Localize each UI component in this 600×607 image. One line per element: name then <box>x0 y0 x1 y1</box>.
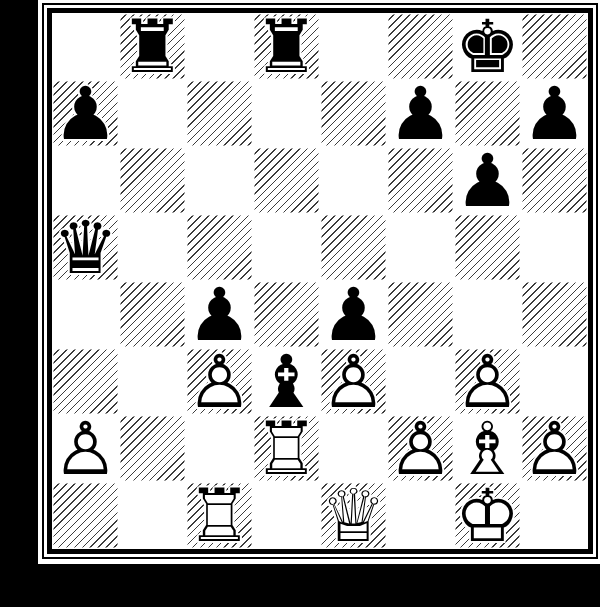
piece-glyph: ♚ <box>455 13 520 80</box>
square-h3[interactable] <box>521 348 588 415</box>
square-g7[interactable] <box>454 80 521 147</box>
page: ♜♜♜♜♚♚♟♟♟♟♟♟♟♟♛♛♟♟♟♟♟♙♝♝♟♙♟♙♟♙♜♖♟♙♝♗♟♙♜♖… <box>0 0 600 607</box>
piece-glyph: ♟ <box>388 80 453 147</box>
square-e4[interactable]: ♟♟ <box>320 281 387 348</box>
black-queen-a5[interactable]: ♛♛ <box>52 214 119 281</box>
bottom-margin-bar <box>0 564 600 607</box>
square-b6[interactable] <box>119 147 186 214</box>
piece-glyph: ♟ <box>455 147 520 214</box>
square-g1[interactable]: ♚♔ <box>454 482 521 549</box>
square-c5[interactable] <box>186 214 253 281</box>
square-h6[interactable] <box>521 147 588 214</box>
piece-glyph: ♖ <box>254 415 319 482</box>
black-pawn-a7[interactable]: ♟♟ <box>52 80 119 147</box>
square-c6[interactable] <box>186 147 253 214</box>
square-f4[interactable] <box>387 281 454 348</box>
black-rook-d8[interactable]: ♜♜ <box>253 13 320 80</box>
square-a3[interactable] <box>52 348 119 415</box>
left-margin-bar <box>0 0 38 607</box>
square-d6[interactable] <box>253 147 320 214</box>
square-c8[interactable] <box>186 13 253 80</box>
square-h4[interactable] <box>521 281 588 348</box>
black-pawn-c4[interactable]: ♟♟ <box>186 281 253 348</box>
square-f7[interactable]: ♟♟ <box>387 80 454 147</box>
piece-glyph: ♙ <box>522 415 587 482</box>
square-d7[interactable] <box>253 80 320 147</box>
piece-glyph: ♙ <box>53 415 118 482</box>
square-h7[interactable]: ♟♟ <box>521 80 588 147</box>
square-g8[interactable]: ♚♚ <box>454 13 521 80</box>
square-g3[interactable]: ♟♙ <box>454 348 521 415</box>
square-c3[interactable]: ♟♙ <box>186 348 253 415</box>
square-h2[interactable]: ♟♙ <box>521 415 588 482</box>
square-h5[interactable] <box>521 214 588 281</box>
square-b3[interactable] <box>119 348 186 415</box>
square-g4[interactable] <box>454 281 521 348</box>
square-f2[interactable]: ♟♙ <box>387 415 454 482</box>
square-a8[interactable] <box>52 13 119 80</box>
black-rook-b8[interactable]: ♜♜ <box>119 13 186 80</box>
square-f5[interactable] <box>387 214 454 281</box>
square-d2[interactable]: ♜♖ <box>253 415 320 482</box>
square-h1[interactable] <box>521 482 588 549</box>
square-d5[interactable] <box>253 214 320 281</box>
white-pawn-f2[interactable]: ♟♙ <box>387 415 454 482</box>
black-pawn-f7[interactable]: ♟♟ <box>387 80 454 147</box>
piece-glyph: ♝ <box>254 348 319 415</box>
square-f3[interactable] <box>387 348 454 415</box>
square-b5[interactable] <box>119 214 186 281</box>
white-rook-c1[interactable]: ♜♖ <box>186 482 253 549</box>
chess-board: ♜♜♜♜♚♚♟♟♟♟♟♟♟♟♛♛♟♟♟♟♟♙♝♝♟♙♟♙♟♙♜♖♟♙♝♗♟♙♜♖… <box>52 13 588 549</box>
piece-glyph: ♗ <box>455 415 520 482</box>
square-b2[interactable] <box>119 415 186 482</box>
white-pawn-a2[interactable]: ♟♙ <box>52 415 119 482</box>
board-inner-border: ♜♜♜♜♚♚♟♟♟♟♟♟♟♟♛♛♟♟♟♟♟♙♝♝♟♙♟♙♟♙♜♖♟♙♝♗♟♙♜♖… <box>47 8 593 554</box>
piece-glyph: ♕ <box>321 482 386 549</box>
piece-glyph: ♜ <box>120 13 185 80</box>
white-pawn-g3[interactable]: ♟♙ <box>454 348 521 415</box>
square-e7[interactable] <box>320 80 387 147</box>
square-e3[interactable]: ♟♙ <box>320 348 387 415</box>
square-d4[interactable] <box>253 281 320 348</box>
square-h8[interactable] <box>521 13 588 80</box>
square-c7[interactable] <box>186 80 253 147</box>
square-d8[interactable]: ♜♜ <box>253 13 320 80</box>
square-d1[interactable] <box>253 482 320 549</box>
piece-glyph: ♙ <box>321 348 386 415</box>
square-f8[interactable] <box>387 13 454 80</box>
piece-glyph: ♙ <box>455 348 520 415</box>
piece-glyph: ♜ <box>254 13 319 80</box>
square-e6[interactable] <box>320 147 387 214</box>
square-b8[interactable]: ♜♜ <box>119 13 186 80</box>
square-c4[interactable]: ♟♟ <box>186 281 253 348</box>
piece-glyph: ♟ <box>522 80 587 147</box>
white-pawn-h2[interactable]: ♟♙ <box>521 415 588 482</box>
square-a4[interactable] <box>52 281 119 348</box>
square-a1[interactable] <box>52 482 119 549</box>
piece-glyph: ♙ <box>388 415 453 482</box>
square-e1[interactable]: ♛♕ <box>320 482 387 549</box>
piece-glyph: ♖ <box>187 482 252 549</box>
black-king-g8[interactable]: ♚♚ <box>454 13 521 80</box>
piece-glyph: ♟ <box>53 80 118 147</box>
square-a5[interactable]: ♛♛ <box>52 214 119 281</box>
square-e8[interactable] <box>320 13 387 80</box>
square-b4[interactable] <box>119 281 186 348</box>
black-pawn-h7[interactable]: ♟♟ <box>521 80 588 147</box>
square-f6[interactable] <box>387 147 454 214</box>
square-f1[interactable] <box>387 482 454 549</box>
black-pawn-g6[interactable]: ♟♟ <box>454 147 521 214</box>
piece-glyph: ♟ <box>187 281 252 348</box>
piece-glyph: ♛ <box>53 214 118 281</box>
white-pawn-c3[interactable]: ♟♙ <box>186 348 253 415</box>
square-d3[interactable]: ♝♝ <box>253 348 320 415</box>
piece-glyph: ♟ <box>321 281 386 348</box>
black-pawn-e4[interactable]: ♟♟ <box>320 281 387 348</box>
black-bishop-d3[interactable]: ♝♝ <box>253 348 320 415</box>
square-g6[interactable]: ♟♟ <box>454 147 521 214</box>
square-b1[interactable] <box>119 482 186 549</box>
white-rook-d2[interactable]: ♜♖ <box>253 415 320 482</box>
white-queen-e1[interactable]: ♛♕ <box>320 482 387 549</box>
square-a7[interactable]: ♟♟ <box>52 80 119 147</box>
board-frame: ♜♜♜♜♚♚♟♟♟♟♟♟♟♟♛♛♟♟♟♟♟♙♝♝♟♙♟♙♟♙♜♖♟♙♝♗♟♙♜♖… <box>42 3 598 559</box>
square-b7[interactable] <box>119 80 186 147</box>
square-e5[interactable] <box>320 214 387 281</box>
square-c1[interactable]: ♜♖ <box>186 482 253 549</box>
square-g2[interactable]: ♝♗ <box>454 415 521 482</box>
square-c2[interactable] <box>186 415 253 482</box>
white-bishop-g2[interactable]: ♝♗ <box>454 415 521 482</box>
square-a6[interactable] <box>52 147 119 214</box>
white-king-g1[interactable]: ♚♔ <box>454 482 521 549</box>
piece-glyph: ♙ <box>187 348 252 415</box>
piece-glyph: ♔ <box>455 482 520 549</box>
square-g5[interactable] <box>454 214 521 281</box>
square-e2[interactable] <box>320 415 387 482</box>
square-a2[interactable]: ♟♙ <box>52 415 119 482</box>
white-pawn-e3[interactable]: ♟♙ <box>320 348 387 415</box>
